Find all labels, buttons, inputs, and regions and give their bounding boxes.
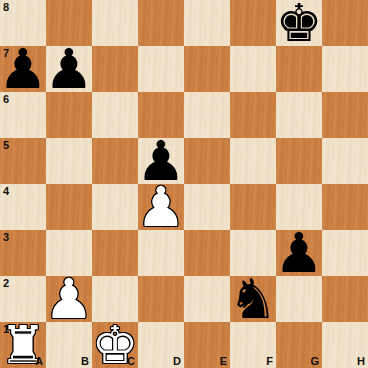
square-b4[interactable]	[46, 184, 92, 230]
square-h1[interactable]: H	[322, 322, 368, 368]
square-e7[interactable]	[184, 46, 230, 92]
square-c4[interactable]	[92, 184, 138, 230]
square-c7[interactable]	[92, 46, 138, 92]
square-h7[interactable]	[322, 46, 368, 92]
square-e4[interactable]	[184, 184, 230, 230]
rank-label-2: 2	[3, 278, 9, 289]
square-d1[interactable]: D	[138, 322, 184, 368]
file-label-c: C	[127, 356, 135, 367]
square-f6[interactable]	[230, 92, 276, 138]
rank-label-7: 7	[3, 48, 9, 59]
square-c3[interactable]	[92, 230, 138, 276]
square-f4[interactable]	[230, 184, 276, 230]
rank-label-4: 4	[3, 186, 9, 197]
square-e1[interactable]: E	[184, 322, 230, 368]
chess-board: 8♚7♟♟65♟4♟3♟2♟♞1A♜BC♚DEFGH	[0, 0, 368, 368]
square-c5[interactable]	[92, 138, 138, 184]
square-a5[interactable]: 5	[0, 138, 46, 184]
piece-black-king-icon[interactable]: ♚	[276, 0, 323, 46]
square-h5[interactable]	[322, 138, 368, 184]
rank-label-3: 3	[3, 232, 9, 243]
square-f2[interactable]: ♞	[230, 276, 276, 322]
square-h6[interactable]	[322, 92, 368, 138]
square-f7[interactable]	[230, 46, 276, 92]
square-f5[interactable]	[230, 138, 276, 184]
piece-white-pawn-icon[interactable]: ♟	[136, 184, 185, 230]
rank-label-8: 8	[3, 2, 9, 13]
square-g5[interactable]	[276, 138, 322, 184]
square-a4[interactable]: 4	[0, 184, 46, 230]
square-d4[interactable]: ♟	[138, 184, 184, 230]
square-c1[interactable]: C♚	[92, 322, 138, 368]
square-e2[interactable]	[184, 276, 230, 322]
piece-black-pawn-icon[interactable]: ♟	[274, 230, 323, 276]
square-e5[interactable]	[184, 138, 230, 184]
square-e3[interactable]	[184, 230, 230, 276]
square-h4[interactable]	[322, 184, 368, 230]
square-h3[interactable]	[322, 230, 368, 276]
piece-black-knight-icon[interactable]: ♞	[228, 276, 277, 322]
square-h8[interactable]	[322, 0, 368, 46]
square-d7[interactable]	[138, 46, 184, 92]
file-label-b: B	[81, 356, 89, 367]
square-f8[interactable]	[230, 0, 276, 46]
rank-label-5: 5	[3, 140, 9, 151]
file-label-g: G	[310, 356, 319, 367]
square-b2[interactable]: ♟	[46, 276, 92, 322]
square-c6[interactable]	[92, 92, 138, 138]
square-d8[interactable]	[138, 0, 184, 46]
square-d2[interactable]	[138, 276, 184, 322]
square-b5[interactable]	[46, 138, 92, 184]
square-g6[interactable]	[276, 92, 322, 138]
square-a3[interactable]: 3	[0, 230, 46, 276]
file-label-a: A	[35, 356, 43, 367]
square-e8[interactable]	[184, 0, 230, 46]
piece-black-pawn-icon[interactable]: ♟	[44, 46, 93, 92]
file-label-h: H	[357, 356, 365, 367]
square-g8[interactable]: ♚	[276, 0, 322, 46]
rank-label-6: 6	[3, 94, 9, 105]
square-g3[interactable]: ♟	[276, 230, 322, 276]
square-a7[interactable]: 7♟	[0, 46, 46, 92]
square-b7[interactable]: ♟	[46, 46, 92, 92]
file-label-d: D	[173, 356, 181, 367]
rank-label-1: 1	[3, 324, 9, 335]
file-label-f: F	[266, 356, 273, 367]
square-a1[interactable]: 1A♜	[0, 322, 46, 368]
square-g1[interactable]: G	[276, 322, 322, 368]
square-h2[interactable]	[322, 276, 368, 322]
piece-white-pawn-icon[interactable]: ♟	[44, 276, 93, 322]
square-e6[interactable]	[184, 92, 230, 138]
square-c8[interactable]	[92, 0, 138, 46]
file-label-e: E	[220, 356, 227, 367]
